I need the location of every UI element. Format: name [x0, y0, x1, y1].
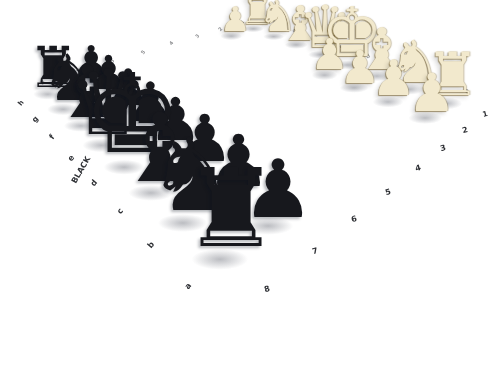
- square-a2: [401, 101, 463, 133]
- square-b3: [339, 99, 401, 131]
- piece-shadow: [395, 84, 424, 94]
- square-h5: [133, 50, 181, 70]
- black-pawn-d7: ♟: [149, 90, 202, 149]
- white-knight-b1: ♞: [389, 33, 441, 91]
- rank-label-3: 3: [439, 143, 447, 153]
- piece-shadow: [243, 25, 264, 32]
- rank-label-h-side-6: 6: [109, 57, 116, 64]
- black-pawn-a7: ♟: [242, 149, 314, 229]
- white-pawn-c2: ♟: [340, 44, 381, 89]
- rank-label-1: 1: [481, 109, 488, 119]
- board-inner-frame-line: [21, 20, 488, 306]
- piece-shadow: [243, 217, 294, 235]
- rank-label-h-side-1: 1: [239, 19, 246, 26]
- piece-shadow: [372, 97, 403, 108]
- square-a8: [184, 221, 278, 296]
- square-e8: [75, 125, 142, 164]
- square-d7: [142, 126, 210, 166]
- piece-shadow: [176, 162, 217, 177]
- white-queen-e1: ♛: [299, 0, 351, 56]
- square-a6: [278, 170, 358, 224]
- rank-label-h-side-4: 4: [167, 40, 174, 47]
- piece-shadow: [150, 140, 187, 153]
- chess-board: [0, 13, 500, 361]
- square-c3: [307, 86, 365, 114]
- square-d3: [278, 73, 333, 98]
- piece-shadow: [192, 249, 249, 269]
- piece-shadow: [83, 139, 120, 152]
- square-b6: [241, 147, 315, 193]
- file-label-white-side-b: b: [427, 74, 434, 82]
- black-side-label: BLACK: [70, 155, 93, 185]
- white-bishop-f1: ♝: [279, 0, 322, 47]
- square-g8: [40, 93, 99, 123]
- square-h8: [26, 80, 81, 107]
- file-label-h: h: [16, 98, 25, 107]
- square-g3: [208, 43, 254, 61]
- file-label-b: b: [145, 240, 156, 250]
- piece-shadow: [308, 50, 332, 59]
- white-pawn-b2: ♟: [372, 55, 416, 104]
- rank-label-h-side-3: 3: [193, 32, 200, 39]
- border-rivet-dot: [11, 94, 16, 96]
- piece-shadow: [88, 90, 118, 101]
- piece-shadow: [409, 112, 443, 124]
- file-label-white-side-a: a: [463, 87, 471, 96]
- square-f3: [229, 52, 278, 72]
- file-label-a: a: [183, 281, 193, 291]
- border-rivet-dot: [130, 225, 137, 230]
- black-pawn-f7: ♟: [106, 62, 151, 112]
- border-rivet-dot: [236, 307, 245, 315]
- rank-label-2: 2: [461, 125, 469, 135]
- square-a5: [315, 149, 390, 196]
- square-h7: [65, 69, 117, 93]
- black-knight-b8: ♞: [147, 126, 237, 227]
- border-rivet-dot: [401, 178, 407, 182]
- file-label-white-side-h: h: [271, 19, 277, 26]
- file-label-white-side-c: c: [395, 63, 401, 70]
- border-rivet-dot: [485, 97, 490, 99]
- file-label-white-side-g: g: [291, 26, 297, 33]
- border-rivet-dot: [40, 126, 45, 129]
- border-rivet-dot: [20, 87, 24, 89]
- square-f1: [278, 36, 323, 53]
- square-a4: [347, 131, 417, 172]
- piece-shadow: [72, 77, 100, 87]
- white-rook-h1: ♜: [240, 0, 275, 30]
- board-sheen: [26, 21, 482, 297]
- square-h6: [100, 59, 150, 81]
- square-a7: [235, 194, 321, 258]
- board-outer-frame-line: [0, 14, 500, 356]
- black-pawn-h7: ♟: [71, 40, 110, 84]
- piece-shadow: [263, 33, 285, 41]
- black-rook-a8: ♜: [183, 155, 280, 263]
- piece-shadow: [104, 160, 145, 175]
- square-g7: [81, 81, 137, 108]
- white-rook-a1: ♜: [426, 46, 479, 106]
- square-c5: [246, 112, 311, 147]
- file-label-c: c: [115, 206, 125, 215]
- white-knight-g1: ♞: [258, 0, 297, 38]
- square-d4: [249, 84, 306, 112]
- piece-shadow: [285, 41, 308, 49]
- square-e6: [158, 96, 218, 127]
- pieces-layer: abcdefghBLACK8765432187654321abcdefgh♜♟♞…: [0, 0, 500, 372]
- square-c2: [332, 74, 387, 99]
- border-rivet-dot: [205, 306, 214, 314]
- piece-shadow: [340, 83, 369, 93]
- white-pawn-h2: ♟: [220, 3, 250, 37]
- square-e1: [301, 44, 348, 63]
- border-rivet-dot: [304, 33, 308, 34]
- rank-label-6: 6: [351, 214, 359, 224]
- square-d6: [182, 111, 246, 146]
- border-rivet-dot: [78, 168, 84, 172]
- square-c8: [121, 166, 199, 219]
- black-pawn-b7: ♟: [206, 127, 270, 199]
- square-g5: [151, 60, 202, 82]
- square-c6: [209, 128, 278, 168]
- square-b2: [365, 87, 423, 115]
- piece-shadow: [64, 120, 98, 132]
- piece-shadow: [129, 185, 174, 201]
- black-knight-g8: ♞: [41, 47, 98, 111]
- square-b5: [278, 130, 347, 171]
- file-label-white-side-d: d: [365, 52, 371, 59]
- squares-grid: [26, 21, 482, 297]
- square-c4: [278, 98, 339, 129]
- square-d5: [218, 97, 278, 128]
- white-bishop-c1: ♝: [356, 21, 407, 78]
- square-f4: [201, 61, 252, 83]
- piece-shadow: [158, 214, 208, 232]
- border-rivet-dot: [412, 71, 416, 73]
- piece-shadow: [207, 187, 252, 203]
- border-rivet-dot: [353, 50, 357, 52]
- file-label-e: e: [66, 153, 76, 163]
- border-rivet-dot: [263, 18, 266, 19]
- square-h1: [237, 21, 278, 35]
- vinyl-mat: [0, 13, 500, 361]
- border-rivet-dot: [207, 31, 210, 32]
- square-f7: [99, 94, 158, 124]
- rank-label-8: 8: [263, 284, 271, 294]
- file-label-white-side-f: f: [314, 35, 319, 41]
- square-c7: [168, 146, 241, 192]
- square-h3: [189, 34, 233, 51]
- piece-shadow: [47, 103, 79, 114]
- rank-label-h-side-7: 7: [75, 67, 82, 74]
- square-f5: [170, 71, 223, 96]
- rank-label-h-side-5: 5: [139, 48, 146, 55]
- square-b1: [387, 75, 443, 101]
- square-e7: [119, 109, 182, 143]
- border-rivet-dot: [155, 47, 159, 48]
- file-label-g: g: [30, 114, 40, 124]
- square-e4: [224, 72, 278, 97]
- piece-shadow: [127, 121, 161, 133]
- file-label-white-side-e: e: [338, 43, 344, 50]
- square-b4: [310, 114, 375, 150]
- square-d1: [327, 54, 377, 75]
- rank-label-h-side-8: 8: [38, 78, 46, 86]
- border-rivet-dot: [492, 105, 497, 107]
- piece-shadow: [33, 89, 63, 100]
- square-g1: [256, 28, 299, 44]
- square-c1: [356, 64, 408, 87]
- rank-label-h-side-2: 2: [217, 25, 224, 32]
- square-h4: [162, 42, 208, 60]
- square-b8: [150, 191, 235, 254]
- piece-shadow: [311, 71, 338, 81]
- square-a1: [423, 88, 482, 117]
- piece-shadow: [431, 98, 462, 109]
- border-rivet-dot: [332, 232, 339, 238]
- rank-label-5: 5: [384, 187, 392, 197]
- square-h2: [214, 27, 257, 42]
- piece-shadow: [106, 105, 138, 116]
- square-f8: [56, 108, 118, 142]
- piece-shadow: [334, 60, 360, 69]
- square-e3: [252, 62, 304, 84]
- black-bishop-f8: ♝: [55, 56, 120, 128]
- square-g6: [117, 70, 170, 94]
- square-f6: [136, 82, 192, 109]
- piece-shadow: [363, 72, 390, 82]
- black-rook-h8: ♜: [28, 40, 78, 96]
- black-pawn-c7: ♟: [176, 107, 234, 172]
- square-b7: [199, 168, 278, 222]
- square-e5: [193, 83, 250, 111]
- file-label-f: f: [47, 133, 56, 141]
- file-label-d: d: [88, 177, 99, 187]
- black-pawn-g7: ♟: [88, 51, 130, 98]
- white-pawn-d2: ♟: [311, 35, 349, 78]
- border-rivet-dot: [452, 137, 458, 140]
- white-king-d1: ♚: [321, 0, 383, 67]
- piece-shadow: [220, 32, 242, 40]
- square-d2: [304, 63, 356, 86]
- square-a3: [376, 115, 442, 151]
- black-pawn-e7: ♟: [126, 75, 175, 129]
- square-d8: [96, 144, 168, 189]
- square-g4: [181, 51, 229, 71]
- rank-label-4: 4: [414, 163, 422, 173]
- board-outer-frame-line-2: [1, 15, 500, 342]
- square-e2: [278, 53, 327, 73]
- border-rivet-dot: [251, 18, 254, 19]
- chess-set-photo: abcdefghBLACK8765432187654321abcdefgh♜♟♞…: [0, 0, 500, 372]
- border-rivet-dot: [94, 65, 98, 67]
- black-king-d8: ♚: [83, 60, 181, 170]
- white-pawn-a2: ♟: [408, 67, 455, 120]
- black-queen-e8: ♛: [68, 57, 149, 147]
- black-bishop-c8: ♝: [117, 101, 202, 196]
- square-f2: [255, 43, 302, 62]
- rank-label-7: 7: [311, 246, 319, 256]
- square-g2: [233, 35, 278, 52]
